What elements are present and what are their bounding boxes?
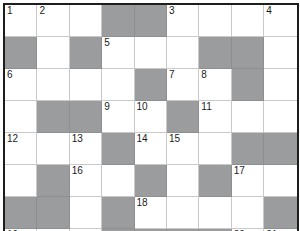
crossword-screenshot: 123456789101112131415161718192021 [0,0,300,231]
blocked-cell-r5c9 [264,133,296,165]
blocked-cell-r2c3 [70,37,102,69]
clue-number-6: 6 [7,69,13,81]
cell-r4c9[interactable] [264,101,296,133]
cell-r3c1[interactable]: 6 [5,69,37,101]
clue-number-9: 9 [104,101,110,113]
blocked-cell-r7c9 [264,197,296,229]
cell-r8c8[interactable]: 20 [232,229,264,231]
blocked-cell-r7c1 [5,197,37,229]
cell-r5c3[interactable]: 13 [70,133,102,165]
cell-r5c6[interactable]: 15 [167,133,199,165]
cell-r6c9[interactable] [264,165,296,197]
cell-r4c7[interactable]: 11 [199,101,231,133]
clue-number-4: 4 [266,5,272,17]
cell-r6c4[interactable] [102,165,134,197]
cell-r2c5[interactable] [135,37,167,69]
cell-r3c9[interactable] [264,69,296,101]
cell-r1c3[interactable] [70,5,102,37]
cell-r1c6[interactable]: 3 [167,5,199,37]
clue-number-7: 7 [169,69,175,81]
blocked-cell-r5c8 [232,133,264,165]
blocked-cell-r2c1 [5,37,37,69]
cell-r2c4[interactable]: 5 [102,37,134,69]
cell-r6c3[interactable]: 16 [70,165,102,197]
cell-r6c6[interactable] [167,165,199,197]
blocked-cell-r4c2 [37,101,69,133]
cell-r3c6[interactable]: 7 [167,69,199,101]
cell-r8c3[interactable] [70,229,102,231]
blocked-cell-r6c2 [37,165,69,197]
clue-number-20: 20 [234,229,245,231]
blocked-cell-r5c4 [102,133,134,165]
clue-number-1: 1 [7,5,13,17]
blocked-cell-r4c6 [167,101,199,133]
blocked-cell-r8c4 [102,229,134,231]
blocked-cell-r4c3 [70,101,102,133]
cell-r1c2[interactable]: 2 [37,5,69,37]
cell-r4c5[interactable]: 10 [135,101,167,133]
cell-r6c8[interactable]: 17 [232,165,264,197]
clue-number-5: 5 [104,37,110,49]
blocked-cell-r8c6 [167,229,199,231]
cell-r8c2[interactable] [37,229,69,231]
cell-r2c2[interactable] [37,37,69,69]
cell-r8c1[interactable]: 19 [5,229,37,231]
cell-r7c7[interactable] [199,197,231,229]
cell-r4c1[interactable] [5,101,37,133]
clue-number-13: 13 [72,133,83,145]
clue-number-18: 18 [137,197,148,209]
cell-r8c9[interactable]: 21 [264,229,296,231]
blocked-cell-r7c4 [102,197,134,229]
blocked-cell-r6c5 [135,165,167,197]
cell-r7c5[interactable]: 18 [135,197,167,229]
blocked-cell-r2c8 [232,37,264,69]
blocked-cell-r3c8 [232,69,264,101]
cell-r3c7[interactable]: 8 [199,69,231,101]
cell-r5c2[interactable] [37,133,69,165]
cell-r7c3[interactable] [70,197,102,229]
clue-number-19: 19 [7,229,18,231]
cell-r4c8[interactable] [232,101,264,133]
blocked-cell-r2c7 [199,37,231,69]
cell-r2c9[interactable] [264,37,296,69]
clue-number-10: 10 [137,101,148,113]
cell-r1c7[interactable] [199,5,231,37]
cell-r3c2[interactable] [37,69,69,101]
clue-number-2: 2 [39,5,45,17]
clue-number-14: 14 [137,133,148,145]
blocked-cell-r1c5 [135,5,167,37]
clue-number-11: 11 [201,101,211,113]
cell-r5c1[interactable]: 12 [5,133,37,165]
blocked-cell-r8c7 [199,229,231,231]
clue-number-3: 3 [169,5,175,17]
cell-r7c8[interactable] [232,197,264,229]
cell-r6c1[interactable] [5,165,37,197]
cell-r3c3[interactable] [70,69,102,101]
blocked-cell-r8c5 [135,229,167,231]
clue-number-21: 21 [266,229,277,231]
blocked-cell-r3c5 [135,69,167,101]
clue-number-17: 17 [234,165,245,177]
clue-number-12: 12 [7,133,18,145]
blocked-cell-r7c2 [37,197,69,229]
crossword-board: 123456789101112131415161718192021 [3,3,299,231]
cell-r7c6[interactable] [167,197,199,229]
cell-r1c1[interactable]: 1 [5,5,37,37]
cell-r5c7[interactable] [199,133,231,165]
cell-r5c5[interactable]: 14 [135,133,167,165]
clue-number-16: 16 [72,165,83,177]
cell-r1c8[interactable] [232,5,264,37]
blocked-cell-r1c4 [102,5,134,37]
cell-r4c4[interactable]: 9 [102,101,134,133]
clue-number-15: 15 [169,133,180,145]
cell-r2c6[interactable] [167,37,199,69]
cell-r3c4[interactable] [102,69,134,101]
blocked-cell-r6c7 [199,165,231,197]
cell-r1c9[interactable]: 4 [264,5,296,37]
clue-number-8: 8 [201,69,207,81]
